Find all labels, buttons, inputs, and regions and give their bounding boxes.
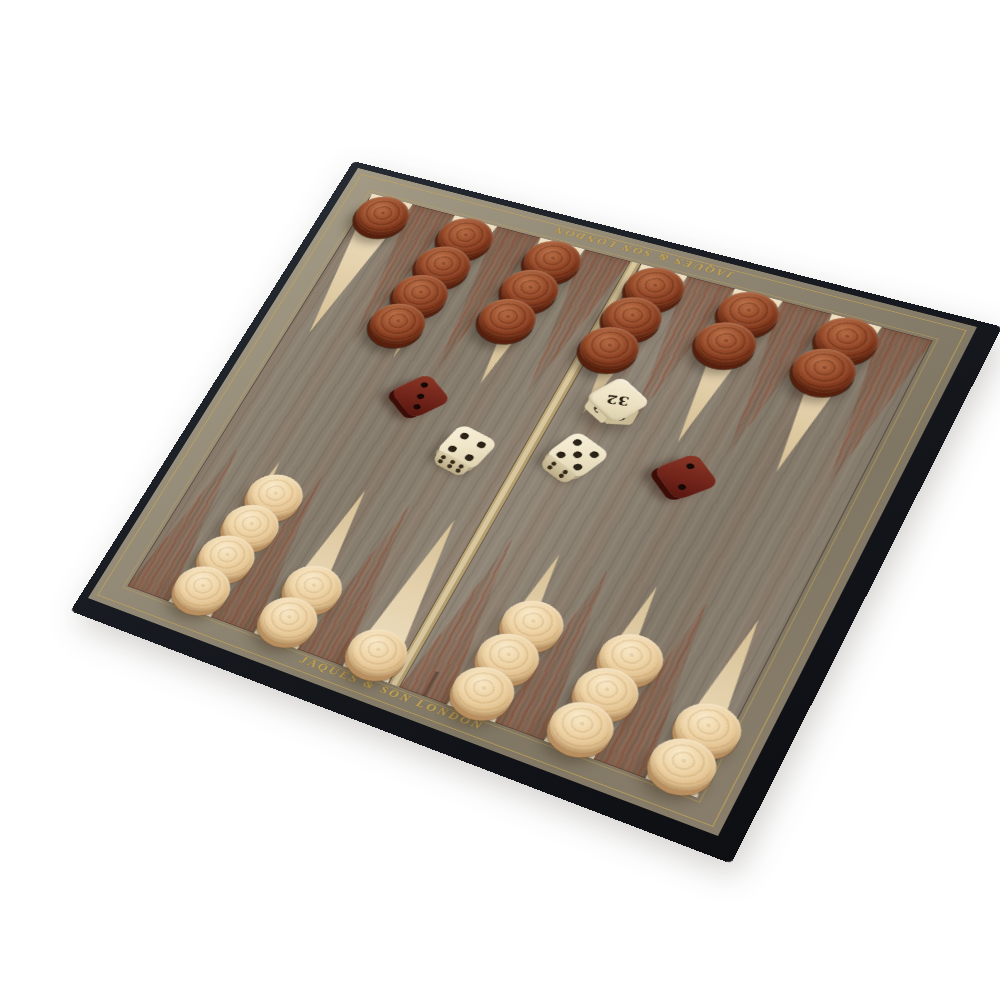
die-pip <box>459 432 471 441</box>
die-mahogany-2[interactable] <box>653 453 719 501</box>
pieces-layer: 2832 <box>127 194 933 798</box>
die-pip <box>556 450 568 459</box>
die-pip <box>454 468 461 474</box>
die-pip <box>557 473 564 479</box>
die-pip <box>419 381 429 388</box>
doubling-cube[interactable]: 2832 <box>587 378 648 422</box>
die-pip <box>475 441 487 450</box>
board-scene: JAQUES & SON LONDON JAQUES & SON LONDON … <box>0 0 1000 1000</box>
board-frame: JAQUES & SON LONDON JAQUES & SON LONDON … <box>88 168 977 836</box>
die-pip <box>447 445 459 454</box>
die-pip <box>437 459 444 465</box>
die-pip <box>588 450 600 459</box>
cube-value: 32 <box>604 392 630 409</box>
die-pip <box>416 392 426 399</box>
die-pip <box>463 453 475 462</box>
die-pip <box>571 450 583 459</box>
die-ivory-5[interactable] <box>544 430 611 479</box>
die-pip <box>446 463 453 469</box>
die-pip <box>685 462 696 470</box>
die-pip <box>676 483 687 491</box>
die-mahogany-3[interactable] <box>390 373 451 419</box>
die-pip <box>572 462 584 471</box>
product-photo-stage: JAQUES & SON LONDON JAQUES & SON LONDON … <box>0 0 1000 1000</box>
playing-field: 2832 <box>127 194 933 798</box>
die-front-face <box>431 450 470 478</box>
backgammon-board: JAQUES & SON LONDON JAQUES & SON LONDON … <box>88 168 977 836</box>
die-ivory-4[interactable] <box>435 423 499 470</box>
die-pip <box>546 465 553 471</box>
die-pip <box>412 403 422 410</box>
die-pip <box>571 439 583 448</box>
die-front-face <box>538 454 577 485</box>
